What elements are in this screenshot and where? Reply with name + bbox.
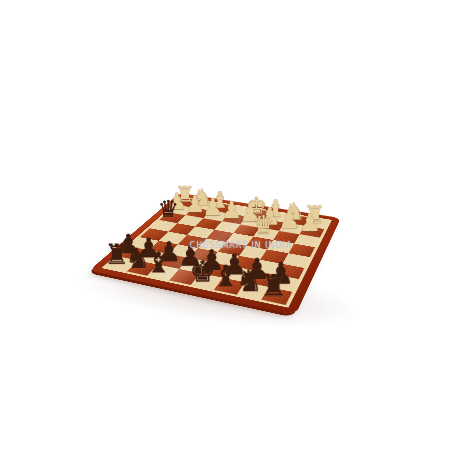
piece-white-king: ♚ bbox=[246, 194, 267, 217]
piece-black-pawn: ♟ bbox=[117, 231, 141, 258]
square-h8: ♜ bbox=[261, 287, 292, 305]
square-h2: ♟ bbox=[299, 226, 324, 238]
chess-board-scene: ♜♞♝♚♝♞♜♟♟♟♟♟♟♟♟♛♛♟♟♟♟♟♟♟♟♜♞♝♚♝♞♜ bbox=[70, 86, 382, 398]
board-frame: ♜♞♝♚♝♞♜♟♟♟♟♟♟♟♟♛♛♟♟♟♟♟♟♟♟♜♞♝♚♝♞♜ bbox=[89, 193, 341, 315]
piece-white-knight: ♞ bbox=[192, 186, 212, 209]
piece-white-rook: ♜ bbox=[304, 203, 326, 227]
square-b5 bbox=[159, 232, 187, 245]
chess-board-squares: ♜♞♝♚♝♞♜♟♟♟♟♟♟♟♟♛♛♟♟♟♟♟♟♟♟♜♞♝♚♝♞♜ bbox=[106, 198, 328, 305]
board-trim: ♜♞♝♚♝♞♜♟♟♟♟♟♟♟♟♛♛♟♟♟♟♟♟♟♟♜♞♝♚♝♞♜ bbox=[100, 196, 332, 308]
piece-white-knight: ♞ bbox=[284, 200, 305, 224]
product-photo: { "game": "chess", "scene_description": … bbox=[0, 0, 451, 450]
piece-white-bishop: ♝ bbox=[210, 189, 230, 212]
piece-white-rook: ♜ bbox=[175, 183, 195, 205]
piece-white-pawn: ♟ bbox=[259, 204, 281, 228]
piece-white-bishop: ♝ bbox=[265, 197, 286, 221]
square-h3 bbox=[294, 234, 320, 247]
square-e2: ♟ bbox=[240, 216, 265, 227]
